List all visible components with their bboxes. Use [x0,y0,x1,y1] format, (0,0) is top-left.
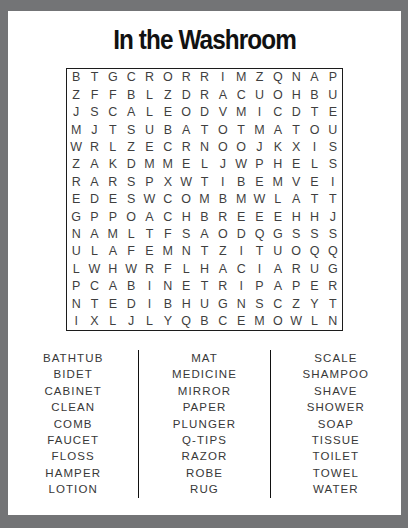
word-item: LOTION [8,481,138,497]
grid-cell-r5c14: I [305,139,323,156]
grid-cell-r6c15: S [324,156,342,173]
grid-cell-r15c10: E [232,313,250,330]
grid-cell-r8c9: B [214,191,232,208]
worksheet-page: In the Washroom BTGCRORRIMZQNAPZFFBLZDRA… [0,0,408,528]
grid-cell-r5c6: C [159,139,177,156]
grid-cell-r4c7: A [177,121,195,138]
grid-cell-r2c8: R [195,86,213,103]
grid-cell-r13c12: A [269,278,287,295]
grid-cell-r9c7: H [177,208,195,225]
grid-cell-r12c4: W [122,260,140,277]
grid-cell-r9c11: E [250,208,268,225]
grid-cell-r11c8: T [195,243,213,260]
grid-cell-r12c15: G [324,260,342,277]
grid-cell-r3c2: S [85,104,103,121]
grid-cell-r12c2: W [85,260,103,277]
grid-cell-r3c7: O [177,104,195,121]
word-item: ROBE [139,465,269,481]
grid-cell-r13c4: B [122,278,140,295]
word-item: CLEAN [8,399,138,415]
grid-cell-r3c8: D [195,104,213,121]
grid-cell-r9c3: P [104,208,122,225]
grid-cell-r2c9: A [214,86,232,103]
word-item: MAT [139,350,269,366]
grid-cell-r7c12: M [269,173,287,190]
grid-cell-r5c12: K [269,139,287,156]
grid-cell-r11c2: L [85,243,103,260]
word-item: HAMPER [8,465,138,481]
grid-cell-r5c7: R [177,139,195,156]
grid-cell-r4c10: T [232,121,250,138]
grid-cell-r13c11: P [250,278,268,295]
grid-cell-r14c15: T [324,295,342,312]
grid-cell-r2c10: C [232,86,250,103]
grid-cell-r15c12: O [269,313,287,330]
grid-cell-r13c9: R [214,278,232,295]
grid-cell-r5c3: L [104,139,122,156]
grid-cell-r14c3: E [104,295,122,312]
grid-cell-r15c5: L [140,313,158,330]
grid-cell-r5c5: E [140,139,158,156]
grid-cell-r6c1: Z [67,156,85,173]
grid-cell-r13c14: E [305,278,323,295]
grid-cell-r13c8: T [195,278,213,295]
grid-cell-r4c15: U [324,121,342,138]
grid-cell-r2c13: H [287,86,305,103]
grid-cell-r3c9: V [214,104,232,121]
word-item: RAZOR [139,448,269,464]
grid-cell-r4c5: U [140,121,158,138]
grid-cell-r11c7: N [177,243,195,260]
grid-cell-r15c14: L [305,313,323,330]
grid-cell-r14c6: B [159,295,177,312]
grid-cell-r11c9: Z [214,243,232,260]
grid-cell-r2c2: F [85,86,103,103]
grid-cell-r8c1: E [67,191,85,208]
grid-cell-r13c2: C [85,278,103,295]
grid-cell-r3c10: M [232,104,250,121]
grid-cell-r6c4: D [122,156,140,173]
grid-cell-r7c8: T [195,173,213,190]
grid-cell-r1c9: I [214,69,232,86]
grid-cell-r7c1: R [67,173,85,190]
word-item: MIRROR [139,383,269,399]
word-item: CABINET [8,383,138,399]
grid-cell-r1c10: M [232,69,250,86]
grid-cell-r7c14: E [305,173,323,190]
grid-cell-r5c15: S [324,139,342,156]
grid-cell-r1c3: G [104,69,122,86]
word-item: FAUCET [8,432,138,448]
grid-cell-r12c10: C [232,260,250,277]
grid-cell-r8c4: S [122,191,140,208]
word-item: WATER [271,481,401,497]
grid-cell-r4c14: O [305,121,323,138]
grid-cell-r9c5: A [140,208,158,225]
grid-cell-r10c2: A [85,226,103,243]
grid-cell-r4c1: M [67,121,85,138]
grid-cell-r2c14: B [305,86,323,103]
grid-cell-r6c9: J [214,156,232,173]
grid-cell-r13c1: P [67,278,85,295]
grid-cell-r9c8: B [195,208,213,225]
grid-cell-r6c6: M [159,156,177,173]
grid-cell-r2c5: L [140,86,158,103]
grid-cell-r5c10: O [232,139,250,156]
word-search-grid: BTGCRORRIMZQNAPZFFBLZDRACUOHBUJSCALEODVM… [66,68,343,331]
grid-cell-r12c6: F [159,260,177,277]
grid-cell-r9c4: O [122,208,140,225]
grid-cell-r13c7: E [177,278,195,295]
grid-cell-r4c12: A [269,121,287,138]
grid-cell-r13c13: P [287,278,305,295]
grid-cell-r12c14: U [305,260,323,277]
grid-cell-r10c5: T [140,226,158,243]
grid-cell-r2c4: B [122,86,140,103]
grid-cell-r14c4: D [122,295,140,312]
grid-cell-r13c3: A [104,278,122,295]
grid-cell-r10c12: G [269,226,287,243]
word-item: FLOSS [8,448,138,464]
grid-cell-r7c4: S [122,173,140,190]
grid-cell-r2c6: Z [159,86,177,103]
word-item: COMB [8,416,138,432]
word-item: BATHTUB [8,350,138,366]
grid-cell-r12c1: L [67,260,85,277]
grid-cell-r12c8: H [195,260,213,277]
grid-cell-r7c2: A [85,173,103,190]
grid-cell-r1c13: N [287,69,305,86]
grid-cell-r3c15: E [324,104,342,121]
grid-cell-r11c10: I [232,243,250,260]
grid-cell-r2c1: Z [67,86,85,103]
grid-cell-r6c8: L [195,156,213,173]
grid-cell-r6c5: M [140,156,158,173]
grid-cell-r13c6: N [159,278,177,295]
grid-cell-r4c8: T [195,121,213,138]
grid-cell-r10c6: F [159,226,177,243]
grid-cell-r9c12: E [269,208,287,225]
grid-cell-r12c12: A [269,260,287,277]
grid-cell-r10c1: N [67,226,85,243]
grid-cell-r14c12: C [269,295,287,312]
grid-cell-r7c13: V [287,173,305,190]
grid-cell-r6c10: W [232,156,250,173]
grid-cell-r8c13: A [287,191,305,208]
grid-cell-r3c1: J [67,104,85,121]
word-item: MEDICINE [139,366,269,382]
grid-cell-r5c13: X [287,139,305,156]
grid-cell-r14c5: I [140,295,158,312]
grid-cell-r9c15: J [324,208,342,225]
grid-cell-r7c15: I [324,173,342,190]
grid-cell-r10c13: S [287,226,305,243]
grid-cell-r1c12: Q [269,69,287,86]
word-list-column-1: BATHTUBBIDETCABINETCLEANCOMBFAUCETFLOSSH… [8,350,138,498]
page-title: In the Washroom [28,25,382,56]
grid-cell-r4c6: B [159,121,177,138]
grid-cell-r13c15: R [324,278,342,295]
grid-cell-r11c1: U [67,243,85,260]
word-item: TISSUE [271,432,401,448]
grid-cell-r8c11: W [250,191,268,208]
grid-cell-r6c3: K [104,156,122,173]
grid-cell-r12c9: A [214,260,232,277]
grid-cell-r15c7: Q [177,313,195,330]
word-list-column-2: MATMEDICINEMIRRORPAPERPLUNGERQ-TIPSRAZOR… [138,350,270,498]
grid-cell-r6c7: E [177,156,195,173]
grid-cell-r1c7: R [177,69,195,86]
grid-cell-r8c3: E [104,191,122,208]
grid-cell-r15c1: I [67,313,85,330]
grid-cell-r9c2: P [85,208,103,225]
grid-cell-r11c13: O [287,243,305,260]
grid-cell-r15c3: L [104,313,122,330]
grid-cell-r10c10: D [232,226,250,243]
grid-cell-r8c6: C [159,191,177,208]
grid-cell-r9c14: H [305,208,323,225]
grid-cell-r14c13: Z [287,295,305,312]
grid-cell-r15c9: C [214,313,232,330]
grid-cell-r9c6: C [159,208,177,225]
grid-cell-r2c7: D [177,86,195,103]
grid-cell-r6c13: E [287,156,305,173]
grid-cell-r6c11: P [250,156,268,173]
grid-cell-r8c15: T [324,191,342,208]
grid-cell-r14c9: G [214,295,232,312]
grid-cell-r12c3: H [104,260,122,277]
grid-cell-r4c4: S [122,121,140,138]
grid-cell-r9c1: G [67,208,85,225]
grid-cell-r9c10: E [232,208,250,225]
grid-cell-r11c12: U [269,243,287,260]
grid-cell-r5c11: J [250,139,268,156]
grid-cell-r3c11: I [250,104,268,121]
word-item: SHAVE [271,383,401,399]
word-list-column-3: SCALESHAMPOOSHAVESHOWERSOAPTISSUETOILETT… [271,350,401,498]
grid-cell-r11c5: E [140,243,158,260]
word-item: TOILET [271,448,401,464]
word-item: Q-TIPS [139,432,269,448]
grid-cell-r15c13: W [287,313,305,330]
grid-cell-r1c6: O [159,69,177,86]
grid-cell-r5c4: Z [122,139,140,156]
grid-cell-r5c2: R [85,139,103,156]
grid-cell-r4c3: T [104,121,122,138]
grid-cell-r3c14: T [305,104,323,121]
grid-cell-r12c5: R [140,260,158,277]
word-item: PLUNGER [139,416,269,432]
word-item: PAPER [139,399,269,415]
grid-cell-r15c2: X [85,313,103,330]
grid-cell-r3c3: C [104,104,122,121]
grid-cell-r15c6: Y [159,313,177,330]
grid-cell-r8c8: M [195,191,213,208]
grid-cell-r14c8: U [195,295,213,312]
grid-cell-r3c12: C [269,104,287,121]
grid-cell-r1c5: R [140,69,158,86]
grid-cell-r8c5: W [140,191,158,208]
grid-cell-r4c9: O [214,121,232,138]
grid-cell-r5c9: O [214,139,232,156]
grid-cell-r11c3: A [104,243,122,260]
grid-cell-r14c14: Y [305,295,323,312]
grid-cell-r14c7: H [177,295,195,312]
word-item: BIDET [8,366,138,382]
grid-cell-r4c2: J [85,121,103,138]
grid-cell-r10c11: Q [250,226,268,243]
grid-cell-r2c15: U [324,86,342,103]
grid-cell-r11c15: Q [324,243,342,260]
grid-cell-r10c14: S [305,226,323,243]
grid-cell-r1c4: C [122,69,140,86]
grid-cell-r8c14: T [305,191,323,208]
grid-cell-r14c11: S [250,295,268,312]
grid-cell-r1c1: B [67,69,85,86]
grid-cell-r1c11: Z [250,69,268,86]
word-item: SOAP [271,416,401,432]
word-item: RUG [139,481,269,497]
grid-cell-r14c1: N [67,295,85,312]
word-item: SHAMPOO [271,366,401,382]
grid-cell-r11c6: M [159,243,177,260]
grid-cell-r9c9: R [214,208,232,225]
grid-cell-r9c13: H [287,208,305,225]
grid-cell-r11c14: Q [305,243,323,260]
grid-cell-r4c13: T [287,121,305,138]
grid-cell-r15c11: M [250,313,268,330]
grid-cell-r8c7: O [177,191,195,208]
grid-cell-r7c10: B [232,173,250,190]
grid-cell-r8c2: D [85,191,103,208]
grid-cell-r11c11: T [250,243,268,260]
grid-cell-r10c7: S [177,226,195,243]
word-item: TOWEL [271,465,401,481]
grid-cell-r10c9: O [214,226,232,243]
grid-cell-r12c13: R [287,260,305,277]
grid-cell-r10c3: M [104,226,122,243]
grid-cell-r1c15: P [324,69,342,86]
grid-cell-r1c8: R [195,69,213,86]
grid-cell-r1c14: A [305,69,323,86]
grid-cell-r15c8: B [195,313,213,330]
grid-cell-r11c4: F [122,243,140,260]
grid-cell-r6c2: A [85,156,103,173]
grid-cell-r1c2: T [85,69,103,86]
grid-cell-r10c4: L [122,226,140,243]
grid-cell-r3c13: D [287,104,305,121]
grid-cell-r3c6: E [159,104,177,121]
grid-cell-r5c1: W [67,139,85,156]
grid-cell-r14c10: N [232,295,250,312]
grid-cell-r7c6: X [159,173,177,190]
grid-cell-r10c8: A [195,226,213,243]
grid-cell-r6c14: L [305,156,323,173]
grid-cell-r13c10: I [232,278,250,295]
grid-cell-r2c3: F [104,86,122,103]
grid-cell-r3c4: A [122,104,140,121]
grid-cell-r8c12: L [269,191,287,208]
grid-cell-r3c5: L [140,104,158,121]
grid-cell-r15c15: N [324,313,342,330]
grid-cell-r7c11: E [250,173,268,190]
grid-cell-r6c12: H [269,156,287,173]
grid-cell-r7c7: W [177,173,195,190]
grid-cell-r12c7: L [177,260,195,277]
grid-cell-r2c12: O [269,86,287,103]
grid-cell-r14c2: T [85,295,103,312]
word-item: SHOWER [271,399,401,415]
grid-cell-r7c9: I [214,173,232,190]
grid-cell-r2c11: U [250,86,268,103]
grid-cell-r10c15: S [324,226,342,243]
grid-cell-r7c3: R [104,173,122,190]
word-list: BATHTUBBIDETCABINETCLEANCOMBFAUCETFLOSSH… [8,350,401,498]
grid-cell-r12c11: I [250,260,268,277]
grid-cell-r13c5: I [140,278,158,295]
grid-cell-r5c8: N [195,139,213,156]
grid-cell-r8c10: M [232,191,250,208]
grid-cell-r4c11: M [250,121,268,138]
grid-cell-r15c4: J [122,313,140,330]
word-item: SCALE [271,350,401,366]
grid-cell-r7c5: P [140,173,158,190]
